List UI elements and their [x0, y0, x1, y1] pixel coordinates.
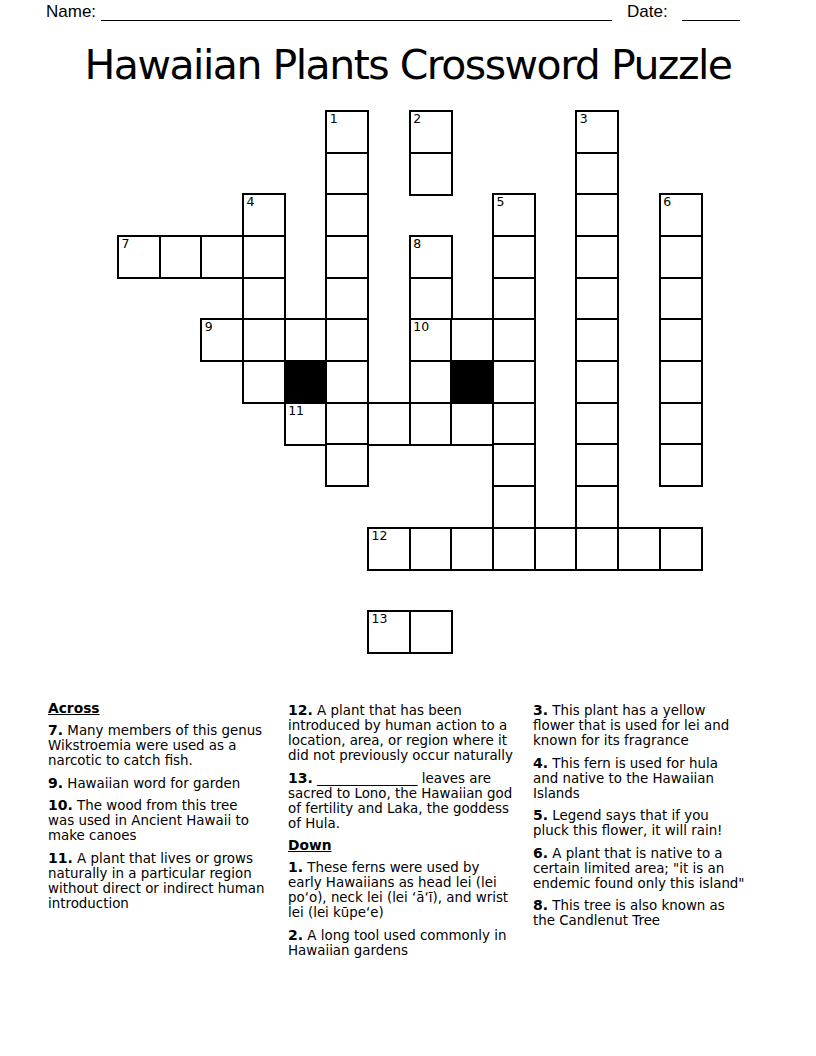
cell-r7c5[interactable]: [325, 402, 369, 446]
cell-r10c9[interactable]: [492, 527, 536, 571]
cell-r10c7[interactable]: [409, 527, 453, 571]
page-title: Hawaiian Plants Crossword Puzzle: [0, 41, 816, 89]
clue-4: 4. This fern is used for hula and native…: [533, 756, 775, 801]
clue-12-text: A plant that has been introduced by huma…: [288, 703, 513, 763]
clue-11-text: A plant that lives or grows naturally in…: [48, 851, 265, 911]
cell-r8c11[interactable]: [575, 443, 619, 487]
cell-r0c5[interactable]: 1: [325, 110, 369, 154]
clue-7-text: Many members of this genus Wikstroemia w…: [48, 723, 262, 768]
cell-r6c9[interactable]: [492, 360, 536, 404]
cell-r3c11[interactable]: [575, 235, 619, 279]
cell-r3c13[interactable]: [659, 235, 703, 279]
cell-r1c5[interactable]: [325, 152, 369, 196]
cell-r10c6[interactable]: 12: [367, 527, 411, 571]
clue-3-text: This plant has a yellow flower that is u…: [533, 703, 729, 748]
clue-number-4: 4: [247, 195, 255, 209]
clue-number-5: 5: [497, 195, 505, 209]
cell-r6c5[interactable]: [325, 360, 369, 404]
cell-r2c3[interactable]: 4: [242, 193, 286, 237]
clue-6: 6. A plant that is native to a certain l…: [533, 846, 775, 891]
clue-number-10: 10: [413, 320, 429, 334]
clue-1-number: 1.: [288, 859, 303, 875]
cell-r5c11[interactable]: [575, 318, 619, 362]
clue-12-number: 12.: [288, 702, 313, 718]
cell-r1c7[interactable]: [409, 152, 453, 196]
clue-6-text: A plant that is native to a certain limi…: [533, 846, 745, 891]
clue-number-3: 3: [580, 112, 588, 126]
clue-10: 10. The wood from this tree was used in …: [48, 798, 290, 843]
cell-r6c11[interactable]: [575, 360, 619, 404]
cell-r10c12[interactable]: [617, 527, 661, 571]
clue-8: 8. This tree is also known as the Candle…: [533, 898, 775, 928]
clue-column-2: 12. A plant that has been introduced by …: [288, 703, 530, 965]
cell-r3c9[interactable]: [492, 235, 536, 279]
clue-8-text: This tree is also known as the Candlenut…: [533, 898, 725, 928]
cell-r3c7[interactable]: 8: [409, 235, 453, 279]
cell-r0c7[interactable]: 2: [409, 110, 453, 154]
cell-r5c5[interactable]: [325, 318, 369, 362]
clue-4-text: This fern is used for hula and native to…: [533, 756, 718, 801]
clue-2: 2. A long tool used commonly in Hawaiian…: [288, 928, 530, 958]
cell-r4c5[interactable]: [325, 277, 369, 321]
cell-r3c5[interactable]: [325, 235, 369, 279]
cell-r3c3[interactable]: [242, 235, 286, 279]
cell-r7c7[interactable]: [409, 402, 453, 446]
cell-r6c7[interactable]: [409, 360, 453, 404]
clue-9: 9. Hawaiian word for garden: [48, 776, 290, 791]
cell-r5c7[interactable]: 10: [409, 318, 453, 362]
clue-5-text: Legend says that if you pluck this flowe…: [533, 808, 723, 838]
cell-r0c11[interactable]: 3: [575, 110, 619, 154]
clue-number-8: 8: [413, 237, 421, 251]
cell-r7c6[interactable]: [367, 402, 411, 446]
clue-10-text: The wood from this tree was used in Anci…: [48, 798, 249, 843]
date-label: Date:: [627, 2, 668, 22]
cell-r7c9[interactable]: [492, 402, 536, 446]
clue-5: 5. Legend says that if you pluck this fl…: [533, 808, 775, 838]
cell-r8c13[interactable]: [659, 443, 703, 487]
cell-r2c13[interactable]: 6: [659, 193, 703, 237]
cell-r4c13[interactable]: [659, 277, 703, 321]
cell-r7c8[interactable]: [450, 402, 494, 446]
cell-r10c11[interactable]: [575, 527, 619, 571]
clue-4-number: 4.: [533, 755, 548, 771]
clue-number-1: 1: [330, 112, 338, 126]
cell-r5c13[interactable]: [659, 318, 703, 362]
cell-r4c9[interactable]: [492, 277, 536, 321]
cell-r3c2[interactable]: [200, 235, 244, 279]
cell-r2c11[interactable]: [575, 193, 619, 237]
clue-5-number: 5.: [533, 807, 548, 823]
clue-number-2: 2: [413, 112, 421, 126]
clue-1: 1. These ferns were used by early Hawaii…: [288, 860, 530, 920]
cell-r3c0[interactable]: 7: [117, 235, 161, 279]
cell-r9c11[interactable]: [575, 485, 619, 529]
cell-r10c8[interactable]: [450, 527, 494, 571]
crossword-grid: 12345678910111213: [117, 110, 701, 652]
clue-13-number: 13.: [288, 770, 313, 786]
cell-r6c13[interactable]: [659, 360, 703, 404]
clue-11-number: 11.: [48, 850, 73, 866]
cell-r7c11[interactable]: [575, 402, 619, 446]
cell-r7c13[interactable]: [659, 402, 703, 446]
cell-r8c9[interactable]: [492, 443, 536, 487]
black-cell-r6c8: [450, 360, 494, 404]
clue-number-7: 7: [122, 237, 130, 251]
cell-r4c11[interactable]: [575, 277, 619, 321]
cell-r12c6[interactable]: 13: [367, 610, 411, 654]
cell-r2c5[interactable]: [325, 193, 369, 237]
cell-r7c4[interactable]: 11: [284, 402, 328, 446]
clue-2-text: A long tool used commonly in Hawaiian ga…: [288, 928, 506, 958]
clue-column-3: 3. This plant has a yellow flower that i…: [533, 703, 775, 936]
clue-7-number: 7.: [48, 722, 63, 738]
cell-r5c8[interactable]: [450, 318, 494, 362]
clue-8-number: 8.: [533, 897, 548, 913]
black-cell-r6c4: [284, 360, 328, 404]
clue-9-number: 9.: [48, 775, 63, 791]
cell-r12c7[interactable]: [409, 610, 453, 654]
clue-number-11: 11: [288, 404, 304, 418]
clue-13-text: _______________ leaves are sacred to Lon…: [288, 771, 512, 831]
clue-number-6: 6: [663, 195, 671, 209]
across-header: Across: [48, 701, 290, 716]
clue-10-number: 10.: [48, 797, 73, 813]
clue-6-number: 6.: [533, 845, 548, 861]
clue-column-1: Across7. Many members of this genus Wiks…: [48, 701, 290, 918]
clue-9-text: Hawaiian word for garden: [67, 776, 240, 791]
clue-number-13: 13: [372, 612, 388, 626]
cell-r5c9[interactable]: [492, 318, 536, 362]
clue-3: 3. This plant has a yellow flower that i…: [533, 703, 775, 748]
cell-r9c9[interactable]: [492, 485, 536, 529]
clue-12: 12. A plant that has been introduced by …: [288, 703, 530, 763]
cell-r10c13[interactable]: [659, 527, 703, 571]
cell-r4c7[interactable]: [409, 277, 453, 321]
down-header: Down: [288, 838, 530, 853]
cell-r3c1[interactable]: [159, 235, 203, 279]
clue-13: 13. _______________ leaves are sacred to…: [288, 771, 530, 831]
name-label: Name:: [46, 2, 96, 22]
clue-7: 7. Many members of this genus Wikstroemi…: [48, 723, 290, 768]
cell-r10c10[interactable]: [534, 527, 578, 571]
cell-r4c3[interactable]: [242, 277, 286, 321]
cell-r5c2[interactable]: 9: [200, 318, 244, 362]
cell-r2c9[interactable]: 5: [492, 193, 536, 237]
clue-number-9: 9: [205, 320, 213, 334]
clue-1-text: These ferns were used by early Hawaiians…: [288, 860, 508, 920]
clue-2-number: 2.: [288, 927, 303, 943]
clue-11: 11. A plant that lives or grows naturall…: [48, 851, 290, 911]
name-field-line[interactable]: [101, 20, 612, 21]
cell-r1c11[interactable]: [575, 152, 619, 196]
clue-3-number: 3.: [533, 702, 548, 718]
cell-r5c4[interactable]: [284, 318, 328, 362]
date-field-line[interactable]: [682, 20, 740, 21]
clue-number-12: 12: [372, 529, 388, 543]
cell-r6c3[interactable]: [242, 360, 286, 404]
cell-r8c5[interactable]: [325, 443, 369, 487]
cell-r5c3[interactable]: [242, 318, 286, 362]
